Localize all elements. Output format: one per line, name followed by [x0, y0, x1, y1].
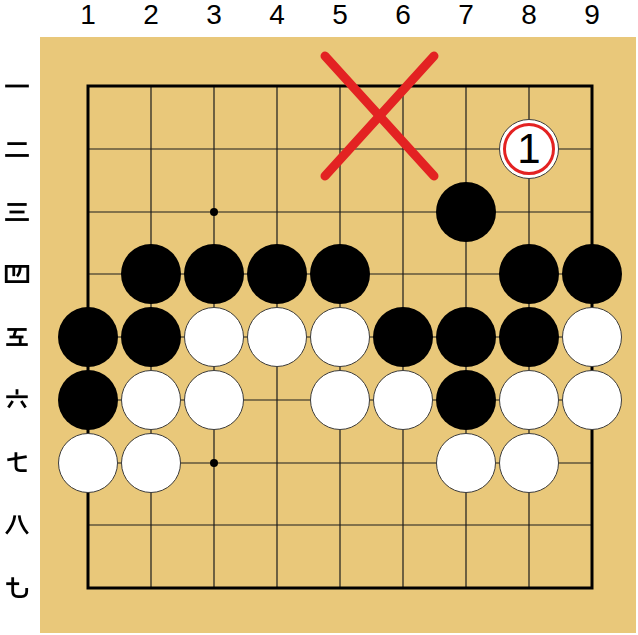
black-stone [373, 307, 433, 367]
go-problem-diagram: 123456789 1 [0, 0, 638, 635]
column-label: 8 [511, 0, 547, 30]
black-stone [121, 307, 181, 367]
column-label: 6 [385, 0, 421, 30]
white-stone [436, 433, 496, 493]
move-number: 1 [517, 128, 540, 170]
black-stone [121, 244, 181, 304]
white-stone [562, 370, 622, 430]
column-label: 2 [133, 0, 169, 30]
white-stone [184, 370, 244, 430]
black-stone [436, 370, 496, 430]
row-label [3, 198, 31, 226]
black-stone [247, 244, 307, 304]
white-stone [121, 433, 181, 493]
white-stone [121, 370, 181, 430]
white-stone [562, 307, 622, 367]
black-stone [58, 307, 118, 367]
white-stone [247, 307, 307, 367]
black-stone [436, 307, 496, 367]
row-label [3, 323, 31, 351]
black-stone [499, 307, 559, 367]
black-stone [499, 244, 559, 304]
white-stone-move-1: 1 [499, 119, 559, 179]
white-stone [184, 307, 244, 367]
row-label [3, 511, 31, 539]
white-stone [499, 370, 559, 430]
star-point [210, 208, 218, 216]
row-label [3, 386, 31, 414]
black-stone [436, 182, 496, 242]
column-label: 4 [259, 0, 295, 30]
white-stone [310, 370, 370, 430]
black-stone [58, 370, 118, 430]
white-stone [58, 433, 118, 493]
white-stone [373, 370, 433, 430]
black-stone [310, 244, 370, 304]
row-label [3, 260, 31, 288]
row-label [3, 135, 31, 163]
white-stone [310, 307, 370, 367]
column-label: 9 [574, 0, 610, 30]
black-stone [562, 244, 622, 304]
row-label [3, 574, 31, 602]
black-stone [184, 244, 244, 304]
column-label: 1 [70, 0, 106, 30]
white-stone [499, 433, 559, 493]
column-label: 5 [322, 0, 358, 30]
column-label: 3 [196, 0, 232, 30]
column-label: 7 [448, 0, 484, 30]
row-label [3, 449, 31, 477]
star-point [210, 459, 218, 467]
row-label [3, 72, 31, 100]
